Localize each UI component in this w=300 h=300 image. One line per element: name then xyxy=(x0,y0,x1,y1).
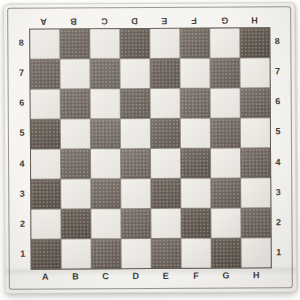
square-d3[interactable] xyxy=(121,179,150,208)
square-f7[interactable] xyxy=(180,58,209,87)
square-a3[interactable] xyxy=(31,179,60,208)
square-a8[interactable] xyxy=(30,29,59,58)
square-g4[interactable] xyxy=(211,148,240,177)
square-g8[interactable] xyxy=(210,28,239,57)
square-f5[interactable] xyxy=(180,118,209,147)
square-h7[interactable] xyxy=(240,58,269,87)
corner-top-left xyxy=(14,13,29,28)
file-label-top-f: F xyxy=(179,15,209,24)
square-h4[interactable] xyxy=(241,148,270,177)
square-b5[interactable] xyxy=(60,119,89,148)
square-h8[interactable] xyxy=(240,28,269,57)
file-label-top-g: G xyxy=(209,15,239,24)
rank-label-right-7: 7 xyxy=(275,67,280,76)
square-a2[interactable] xyxy=(31,209,60,238)
file-label-bottom-a: A xyxy=(30,272,60,281)
rank-label-left-6: 6 xyxy=(19,99,24,108)
board-assembly: ABCDEFGH 87654321 87654321 ABCDEFGH xyxy=(14,12,287,285)
file-label-top-a: A xyxy=(29,16,59,25)
rank-label-right-3: 3 xyxy=(276,188,281,197)
square-b4[interactable] xyxy=(61,149,90,178)
square-a5[interactable] xyxy=(30,119,59,148)
square-c3[interactable] xyxy=(91,179,120,208)
square-g3[interactable] xyxy=(211,178,240,207)
square-e4[interactable] xyxy=(151,148,180,177)
square-e7[interactable] xyxy=(150,58,179,87)
square-e5[interactable] xyxy=(150,118,179,147)
rank-labels-right: 87654321 xyxy=(270,27,286,268)
rank-label-left-2: 2 xyxy=(20,220,25,229)
square-g7[interactable] xyxy=(210,58,239,87)
corner-top-right xyxy=(270,12,285,27)
rank-label-left-3: 3 xyxy=(20,189,25,198)
rank-label-right-4: 4 xyxy=(276,158,281,167)
file-label-bottom-h: H xyxy=(241,271,271,280)
square-d2[interactable] xyxy=(121,209,150,238)
square-b6[interactable] xyxy=(60,89,89,118)
square-d8[interactable] xyxy=(120,29,149,58)
file-label-top-c: C xyxy=(89,16,119,25)
photo-background: ABCDEFGH 87654321 87654321 ABCDEFGH xyxy=(0,0,300,300)
chess-board xyxy=(29,27,271,269)
square-e8[interactable] xyxy=(150,28,179,57)
square-d4[interactable] xyxy=(121,149,150,178)
file-label-bottom-f: F xyxy=(181,271,211,280)
square-h3[interactable] xyxy=(241,178,270,207)
square-f4[interactable] xyxy=(181,148,210,177)
rank-label-left-1: 1 xyxy=(20,250,25,259)
chess-mat: ABCDEFGH 87654321 87654321 ABCDEFGH xyxy=(3,2,297,294)
corner-bottom-left xyxy=(15,269,30,284)
square-d6[interactable] xyxy=(120,89,149,118)
rank-label-right-2: 2 xyxy=(276,218,281,227)
square-h2[interactable] xyxy=(241,208,270,237)
square-f3[interactable] xyxy=(181,178,210,207)
square-c8[interactable] xyxy=(90,29,119,58)
square-d7[interactable] xyxy=(120,59,149,88)
file-label-bottom-c: C xyxy=(91,272,121,281)
rank-label-left-7: 7 xyxy=(19,69,24,78)
square-c1[interactable] xyxy=(91,239,120,268)
square-b7[interactable] xyxy=(60,59,89,88)
file-label-bottom-d: D xyxy=(121,271,151,280)
mat-inner: ABCDEFGH 87654321 87654321 ABCDEFGH xyxy=(8,7,292,289)
square-g1[interactable] xyxy=(211,238,240,267)
square-g2[interactable] xyxy=(211,208,240,237)
square-h5[interactable] xyxy=(240,118,269,147)
square-b3[interactable] xyxy=(61,179,90,208)
rank-label-left-8: 8 xyxy=(19,39,24,48)
file-labels-bottom: ABCDEFGH xyxy=(30,268,271,284)
rank-label-right-8: 8 xyxy=(275,37,280,46)
file-labels-top: ABCDEFGH xyxy=(29,12,270,28)
file-label-bottom-e: E xyxy=(151,271,181,280)
square-b2[interactable] xyxy=(61,209,90,238)
square-a4[interactable] xyxy=(31,149,60,178)
square-d1[interactable] xyxy=(121,239,150,268)
square-e2[interactable] xyxy=(151,208,180,237)
square-c6[interactable] xyxy=(90,89,119,118)
rank-label-right-6: 6 xyxy=(275,98,280,107)
square-d5[interactable] xyxy=(120,119,149,148)
square-c2[interactable] xyxy=(91,209,120,238)
square-c7[interactable] xyxy=(90,59,119,88)
rank-label-left-4: 4 xyxy=(20,159,25,168)
square-f1[interactable] xyxy=(181,238,210,267)
file-label-top-d: D xyxy=(119,16,149,25)
square-f2[interactable] xyxy=(181,208,210,237)
file-label-bottom-b: B xyxy=(60,272,90,281)
file-label-top-b: B xyxy=(59,16,89,25)
rank-label-right-5: 5 xyxy=(275,128,280,137)
square-h1[interactable] xyxy=(241,238,270,267)
corner-bottom-right xyxy=(271,268,286,283)
square-a6[interactable] xyxy=(30,89,59,118)
square-c5[interactable] xyxy=(90,119,119,148)
square-a7[interactable] xyxy=(30,59,59,88)
file-label-bottom-g: G xyxy=(211,271,241,280)
square-e3[interactable] xyxy=(151,178,180,207)
square-e6[interactable] xyxy=(150,88,179,117)
square-g6[interactable] xyxy=(210,88,239,117)
square-b1[interactable] xyxy=(61,239,90,268)
file-label-top-e: E xyxy=(149,15,179,24)
square-f8[interactable] xyxy=(180,28,209,57)
square-c4[interactable] xyxy=(91,149,120,178)
rank-labels-left: 87654321 xyxy=(14,28,30,269)
square-e1[interactable] xyxy=(151,238,180,267)
square-b8[interactable] xyxy=(60,29,89,58)
square-f6[interactable] xyxy=(180,88,209,117)
rank-label-right-1: 1 xyxy=(276,248,281,257)
rank-label-left-5: 5 xyxy=(19,129,24,138)
square-a1[interactable] xyxy=(31,239,60,268)
file-label-top-h: H xyxy=(240,15,270,24)
square-g5[interactable] xyxy=(210,118,239,147)
square-h6[interactable] xyxy=(240,88,269,117)
